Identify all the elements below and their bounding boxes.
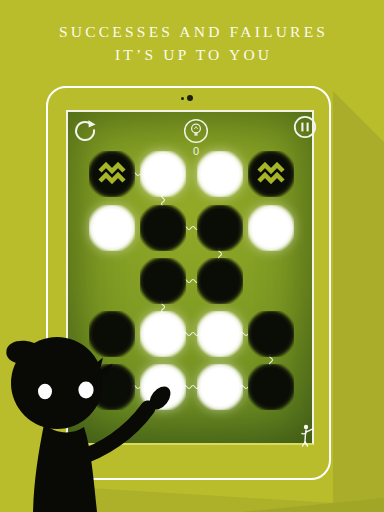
disc-r4c3[interactable] <box>197 311 243 357</box>
disc-r2c4[interactable] <box>248 205 294 251</box>
pause-icon <box>293 115 317 139</box>
disc-r4c4[interactable] <box>248 311 294 357</box>
promo-page: SUCCESSES AND FAILURES IT’S UP TO YOU 0 <box>0 0 384 512</box>
disc-r1c3[interactable] <box>197 151 243 197</box>
disc-r4c2[interactable] <box>140 311 186 357</box>
disc-r1c1-wave[interactable] <box>89 151 135 197</box>
sprite-figure-icon <box>299 423 315 451</box>
disc-r5c3[interactable] <box>197 364 243 410</box>
headline-line-2: IT’S UP TO YOU <box>0 43 384 66</box>
circular-arrow-icon <box>72 118 98 144</box>
disc-r1c4-wave[interactable] <box>248 151 294 197</box>
disc-r3c2[interactable] <box>140 258 186 304</box>
pause-button[interactable] <box>293 115 317 143</box>
hint-button[interactable] <box>183 118 209 148</box>
disc-r3c3[interactable] <box>197 258 243 304</box>
camera-dot-small-icon <box>181 97 184 100</box>
disc-r1c2[interactable] <box>140 151 186 197</box>
disc-r5c4[interactable] <box>248 364 294 410</box>
wave-icon <box>257 162 285 186</box>
disc-r2c3[interactable] <box>197 205 243 251</box>
disc-r4c1[interactable] <box>89 311 135 357</box>
disc-r5c2[interactable] <box>140 364 186 410</box>
wave-icon <box>98 162 126 186</box>
lightbulb-icon <box>183 118 209 144</box>
camera-dot-large-icon <box>187 95 193 101</box>
disc-r2c1[interactable] <box>89 205 135 251</box>
disc-r5c1[interactable] <box>89 364 135 410</box>
headline-line-1: SUCCESSES AND FAILURES <box>0 20 384 43</box>
restart-button[interactable] <box>72 118 98 148</box>
disc-r2c2[interactable] <box>140 205 186 251</box>
character-hair-curl <box>6 341 44 364</box>
headline: SUCCESSES AND FAILURES IT’S UP TO YOU <box>0 20 384 66</box>
